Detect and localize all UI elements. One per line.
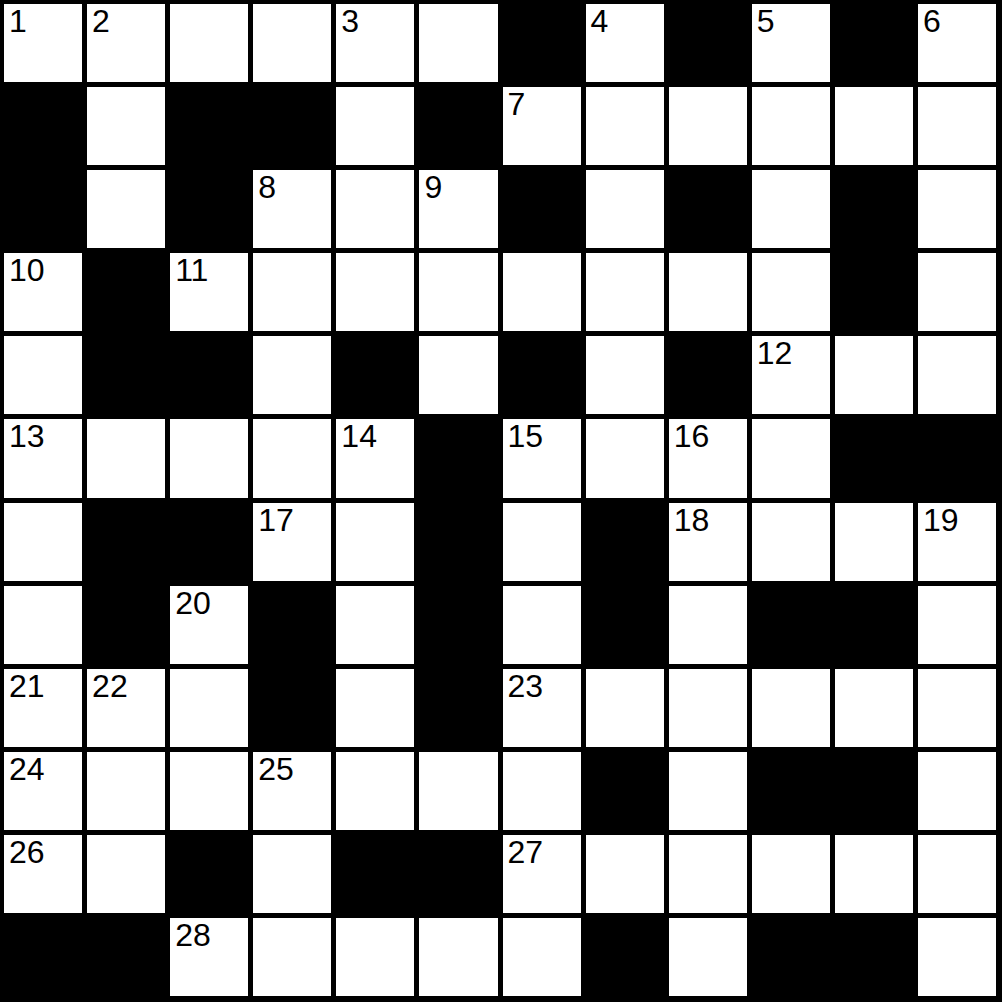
white-cell[interactable] xyxy=(336,170,414,248)
white-cell[interactable] xyxy=(918,918,996,996)
white-cell[interactable]: 9 xyxy=(419,170,497,248)
white-cell[interactable] xyxy=(503,918,581,996)
white-cell[interactable] xyxy=(336,586,414,664)
black-cell xyxy=(4,87,82,165)
clue-number: 14 xyxy=(341,420,377,454)
white-cell[interactable]: 13 xyxy=(4,419,82,497)
black-cell xyxy=(4,170,82,248)
white-cell[interactable] xyxy=(253,918,331,996)
black-cell xyxy=(419,835,497,913)
clue-number: 17 xyxy=(258,504,294,538)
white-cell[interactable] xyxy=(835,669,913,747)
clue-number: 26 xyxy=(9,836,45,870)
black-cell xyxy=(752,752,830,830)
black-cell xyxy=(669,336,747,414)
white-cell[interactable]: 15 xyxy=(503,419,581,497)
white-cell[interactable]: 19 xyxy=(918,503,996,581)
white-cell[interactable] xyxy=(419,752,497,830)
black-cell xyxy=(419,419,497,497)
black-cell xyxy=(419,503,497,581)
clue-number: 15 xyxy=(508,420,544,454)
black-cell xyxy=(336,835,414,913)
white-cell[interactable]: 7 xyxy=(503,87,581,165)
white-cell[interactable] xyxy=(752,669,830,747)
clue-number: 25 xyxy=(258,753,294,787)
white-cell[interactable] xyxy=(87,170,165,248)
white-cell[interactable]: 12 xyxy=(752,336,830,414)
white-cell[interactable] xyxy=(419,253,497,331)
clue-number: 28 xyxy=(175,919,211,953)
white-cell[interactable]: 25 xyxy=(253,752,331,830)
clue-number: 18 xyxy=(674,504,710,538)
white-cell[interactable] xyxy=(669,669,747,747)
white-cell[interactable] xyxy=(918,170,996,248)
white-cell[interactable] xyxy=(87,835,165,913)
clue-number: 19 xyxy=(923,504,959,538)
black-cell xyxy=(170,336,248,414)
clue-number: 23 xyxy=(508,670,544,704)
white-cell[interactable] xyxy=(503,752,581,830)
black-cell xyxy=(170,835,248,913)
clue-number: 20 xyxy=(175,587,211,621)
white-cell[interactable] xyxy=(835,835,913,913)
white-cell[interactable] xyxy=(586,669,664,747)
white-cell[interactable] xyxy=(586,419,664,497)
white-cell[interactable] xyxy=(669,835,747,913)
clue-number: 8 xyxy=(258,171,276,205)
clue-number: 24 xyxy=(9,753,45,787)
clue-number: 27 xyxy=(508,836,544,870)
white-cell[interactable] xyxy=(336,253,414,331)
black-cell xyxy=(253,669,331,747)
white-cell[interactable]: 23 xyxy=(503,669,581,747)
white-cell[interactable]: 14 xyxy=(336,419,414,497)
black-cell xyxy=(835,4,913,82)
black-cell xyxy=(835,586,913,664)
white-cell[interactable] xyxy=(835,87,913,165)
crossword-grid: 1234567891011121314151617181920212223242… xyxy=(0,0,1002,1002)
white-cell[interactable]: 3 xyxy=(336,4,414,82)
white-cell[interactable] xyxy=(170,669,248,747)
black-cell xyxy=(835,170,913,248)
black-cell xyxy=(752,586,830,664)
white-cell[interactable]: 26 xyxy=(4,835,82,913)
white-cell[interactable] xyxy=(669,586,747,664)
white-cell[interactable] xyxy=(669,253,747,331)
white-cell[interactable] xyxy=(918,835,996,913)
white-cell[interactable]: 2 xyxy=(87,4,165,82)
white-cell[interactable]: 11 xyxy=(170,253,248,331)
clue-number: 5 xyxy=(757,5,775,39)
clue-number: 12 xyxy=(757,337,793,371)
white-cell[interactable]: 4 xyxy=(586,4,664,82)
white-cell[interactable]: 1 xyxy=(4,4,82,82)
white-cell[interactable] xyxy=(503,503,581,581)
black-cell xyxy=(586,503,664,581)
white-cell[interactable] xyxy=(586,170,664,248)
white-cell[interactable] xyxy=(87,752,165,830)
white-cell[interactable] xyxy=(586,253,664,331)
clue-number: 4 xyxy=(591,5,609,39)
clue-number: 1 xyxy=(9,5,27,39)
black-cell xyxy=(835,918,913,996)
white-cell[interactable] xyxy=(419,918,497,996)
clue-number: 11 xyxy=(175,254,208,288)
white-cell[interactable] xyxy=(918,752,996,830)
white-cell[interactable] xyxy=(87,87,165,165)
white-cell[interactable]: 27 xyxy=(503,835,581,913)
black-cell xyxy=(4,918,82,996)
black-cell xyxy=(586,752,664,830)
white-cell[interactable] xyxy=(4,503,82,581)
black-cell xyxy=(170,87,248,165)
white-cell[interactable] xyxy=(253,835,331,913)
white-cell[interactable] xyxy=(419,336,497,414)
white-cell[interactable] xyxy=(419,4,497,82)
white-cell[interactable] xyxy=(835,503,913,581)
white-cell[interactable] xyxy=(918,253,996,331)
white-cell[interactable]: 16 xyxy=(669,419,747,497)
white-cell[interactable] xyxy=(752,419,830,497)
white-cell[interactable]: 18 xyxy=(669,503,747,581)
white-cell[interactable] xyxy=(752,503,830,581)
black-cell xyxy=(253,586,331,664)
black-cell xyxy=(419,669,497,747)
black-cell xyxy=(503,170,581,248)
black-cell xyxy=(752,918,830,996)
black-cell xyxy=(336,336,414,414)
white-cell[interactable] xyxy=(586,835,664,913)
white-cell[interactable] xyxy=(170,419,248,497)
black-cell xyxy=(419,586,497,664)
black-cell xyxy=(503,4,581,82)
black-cell xyxy=(87,336,165,414)
white-cell[interactable] xyxy=(586,336,664,414)
black-cell xyxy=(669,170,747,248)
white-cell[interactable] xyxy=(336,503,414,581)
white-cell[interactable] xyxy=(752,87,830,165)
white-cell[interactable] xyxy=(669,918,747,996)
white-cell[interactable]: 6 xyxy=(918,4,996,82)
white-cell[interactable] xyxy=(918,87,996,165)
black-cell xyxy=(419,87,497,165)
white-cell[interactable] xyxy=(253,419,331,497)
white-cell[interactable] xyxy=(752,835,830,913)
black-cell xyxy=(918,419,996,497)
white-cell[interactable] xyxy=(253,336,331,414)
white-cell[interactable] xyxy=(752,170,830,248)
black-cell xyxy=(586,918,664,996)
black-cell xyxy=(87,253,165,331)
white-cell[interactable]: 21 xyxy=(4,669,82,747)
clue-number: 22 xyxy=(92,670,128,704)
white-cell[interactable] xyxy=(835,336,913,414)
black-cell xyxy=(503,336,581,414)
white-cell[interactable] xyxy=(253,253,331,331)
white-cell[interactable] xyxy=(253,4,331,82)
clue-number: 7 xyxy=(508,88,526,122)
black-cell xyxy=(835,419,913,497)
white-cell[interactable] xyxy=(4,586,82,664)
black-cell xyxy=(170,170,248,248)
clue-number: 9 xyxy=(424,171,442,205)
white-cell[interactable]: 17 xyxy=(253,503,331,581)
white-cell[interactable] xyxy=(336,669,414,747)
white-cell[interactable] xyxy=(170,752,248,830)
white-cell[interactable]: 24 xyxy=(4,752,82,830)
white-cell[interactable] xyxy=(503,253,581,331)
clue-number: 16 xyxy=(674,420,710,454)
white-cell[interactable] xyxy=(4,336,82,414)
white-cell[interactable]: 20 xyxy=(170,586,248,664)
white-cell[interactable] xyxy=(752,253,830,331)
white-cell[interactable]: 22 xyxy=(87,669,165,747)
white-cell[interactable] xyxy=(669,752,747,830)
black-cell xyxy=(669,4,747,82)
white-cell[interactable]: 5 xyxy=(752,4,830,82)
white-cell[interactable] xyxy=(586,87,664,165)
clue-number: 2 xyxy=(92,5,110,39)
white-cell[interactable] xyxy=(918,586,996,664)
white-cell[interactable]: 28 xyxy=(170,918,248,996)
black-cell xyxy=(835,253,913,331)
clue-number: 21 xyxy=(9,670,45,704)
clue-number: 3 xyxy=(341,5,359,39)
black-cell xyxy=(586,586,664,664)
white-cell[interactable] xyxy=(170,4,248,82)
white-cell[interactable] xyxy=(918,336,996,414)
white-cell[interactable] xyxy=(669,87,747,165)
white-cell[interactable] xyxy=(87,419,165,497)
white-cell[interactable] xyxy=(336,752,414,830)
white-cell[interactable] xyxy=(918,669,996,747)
clue-number: 13 xyxy=(9,420,45,454)
white-cell[interactable]: 10 xyxy=(4,253,82,331)
black-cell xyxy=(87,918,165,996)
black-cell xyxy=(170,503,248,581)
clue-number: 6 xyxy=(923,5,941,39)
clue-number: 10 xyxy=(9,254,45,288)
black-cell xyxy=(835,752,913,830)
black-cell xyxy=(253,87,331,165)
white-cell[interactable] xyxy=(503,586,581,664)
white-cell[interactable] xyxy=(336,87,414,165)
black-cell xyxy=(87,503,165,581)
white-cell[interactable]: 8 xyxy=(253,170,331,248)
black-cell xyxy=(87,586,165,664)
white-cell[interactable] xyxy=(336,918,414,996)
